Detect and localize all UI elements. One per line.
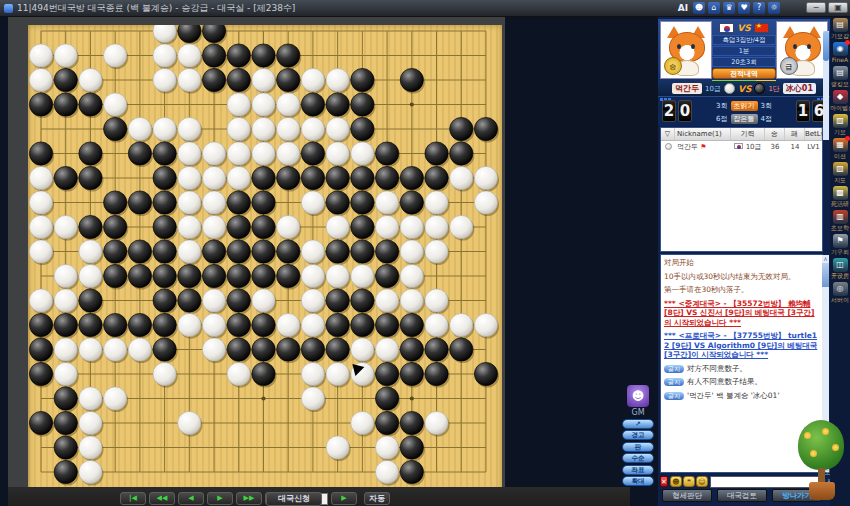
black-stone xyxy=(79,313,102,336)
user-list[interactable]: ▽Nickname(1)기력승패BetLv 먹간두 ⚑ 10급3614LV1 xyxy=(660,127,823,252)
white-stone xyxy=(29,166,52,189)
black-stone xyxy=(128,240,151,263)
captures-left: 6점 xyxy=(716,114,727,124)
row-wins: 36 xyxy=(765,141,785,153)
white-stone xyxy=(326,68,349,91)
list-header-5[interactable]: BetLv xyxy=(805,128,822,140)
white-stone xyxy=(79,387,102,410)
chat-message: 对局开始 xyxy=(664,258,820,268)
player-right-name[interactable]: 冰心01 xyxy=(783,83,816,94)
sidebar-item-1[interactable]: ◉FineA xyxy=(830,42,850,65)
playback-fwd[interactable]: ▶ xyxy=(207,492,233,505)
black-stone xyxy=(153,264,176,287)
chat-message: 10手以内或30秒以内结束为无效对局。 xyxy=(664,272,820,282)
playback-first[interactable]: |◀ xyxy=(120,492,146,505)
user-list-body: 먹간두 ⚑ 10급3614LV1 xyxy=(661,141,822,153)
white-stone xyxy=(202,313,225,336)
black-stone xyxy=(153,313,176,336)
black-stone xyxy=(400,436,423,459)
black-stone xyxy=(425,362,448,385)
black-stone xyxy=(54,93,77,116)
black-stone xyxy=(79,142,102,165)
white-stone xyxy=(54,289,77,312)
white-stone xyxy=(301,362,324,385)
black-stone xyxy=(375,387,398,410)
money-tree-decoration xyxy=(792,420,850,506)
play-button[interactable]: ▶ xyxy=(331,492,357,505)
go-board[interactable] xyxy=(28,25,502,493)
black-stone xyxy=(277,264,300,287)
chat-message: 공지对方不同意数子。 xyxy=(664,364,820,374)
black-stone xyxy=(153,142,176,165)
black-stone xyxy=(54,166,77,189)
white-stone xyxy=(178,166,201,189)
settings-icon[interactable]: ☼ xyxy=(768,2,780,14)
black-stone xyxy=(252,313,275,336)
死活研-icon: ▩ xyxy=(833,186,848,200)
white-stone xyxy=(104,93,127,116)
white-stone xyxy=(227,362,250,385)
black-stone xyxy=(29,338,52,361)
silver-medal-icon: 급 xyxy=(780,57,798,75)
black-stone xyxy=(202,264,225,287)
gm-avatar[interactable]: ☻ xyxy=(627,385,649,407)
black-stone xyxy=(277,166,300,189)
black-stone xyxy=(425,166,448,189)
black-stone xyxy=(277,68,300,91)
captures-right: 4점 xyxy=(761,114,772,124)
flag-korea-icon xyxy=(734,143,743,149)
white-stone xyxy=(54,362,77,385)
white-stone xyxy=(54,215,77,238)
black-stone xyxy=(54,313,77,336)
white-stone xyxy=(178,191,201,214)
list-header-2[interactable]: 기력 xyxy=(731,128,765,140)
white-stone xyxy=(54,264,77,287)
black-stone xyxy=(351,191,374,214)
white-stone xyxy=(104,44,127,67)
black-stone xyxy=(202,44,225,67)
white-stone xyxy=(326,362,349,385)
player-card: 승 VS 흑덤3집반/4점 1분 20초3회 전적내역 xyxy=(658,19,830,81)
white-stone xyxy=(450,215,473,238)
gm-label: GM xyxy=(618,408,658,417)
player-left-name[interactable]: 먹간두 xyxy=(672,83,702,94)
black-stone xyxy=(252,44,275,67)
FineA-icon: ◉ xyxy=(833,42,848,56)
avatar-right[interactable]: 급 xyxy=(776,21,828,79)
white-stone xyxy=(252,142,275,165)
auto-play-button[interactable]: 자동 xyxy=(364,492,390,505)
white-stone xyxy=(202,289,225,312)
playback-back10[interactable]: ◀◀ xyxy=(149,492,175,505)
board-pill-4[interactable]: 좌표 xyxy=(622,465,654,475)
home-icon[interactable]: ⌂ xyxy=(708,2,720,14)
black-stone xyxy=(54,387,77,410)
white-stone xyxy=(79,460,102,483)
white-stone xyxy=(79,411,102,434)
minimize-button[interactable]: − xyxy=(806,2,826,13)
white-stone xyxy=(277,215,300,238)
sidebar-item-label: 미션 xyxy=(830,152,850,161)
window-title: 11|494번대국방 대국종료 (백 불계승) - 승강급 - 대국실 - [제… xyxy=(17,2,295,15)
match-info: VS 흑덤3집반/4점 1분 20초3회 전적내역 xyxy=(712,21,776,79)
sidebar-item-label: 기우회 xyxy=(830,248,850,257)
black-stone xyxy=(400,338,423,361)
white-stone xyxy=(326,142,349,165)
black-stone xyxy=(400,191,423,214)
notification-dot xyxy=(845,40,850,45)
black-stone xyxy=(104,117,127,140)
person-icon[interactable]: ☻ xyxy=(693,2,705,14)
white-stone xyxy=(29,289,52,312)
기보-icon: ▨ xyxy=(833,114,848,128)
black-stone xyxy=(104,191,127,214)
white-stone xyxy=(153,117,176,140)
list-header-1[interactable]: Nickname(1) xyxy=(675,128,731,140)
emoticon-button-1[interactable]: ❝ xyxy=(683,476,695,487)
playback-back[interactable]: ◀ xyxy=(178,492,204,505)
black-stone xyxy=(202,240,225,263)
emoticon-button-2[interactable]: ☺ xyxy=(696,476,708,487)
score-bar: 2 0 3회 초읽기 3회 6점 잡은돌 4점 1 6 xyxy=(658,96,830,126)
emoticon-button-0[interactable]: ☻ xyxy=(670,476,682,487)
기보감-icon: ▤ xyxy=(833,18,848,32)
row-losses: 14 xyxy=(785,141,805,153)
black-stone xyxy=(326,313,349,336)
black-stone xyxy=(178,289,201,312)
sidebar-item-11[interactable]: ◎서버이 xyxy=(830,282,850,305)
white-stone xyxy=(351,411,374,434)
black-stone xyxy=(351,240,374,263)
white-stone xyxy=(128,117,151,140)
black-stone xyxy=(153,289,176,312)
playback-toolbar: |◀◀◀◀▶▶▶▶|▶자동 대국신청 xyxy=(8,487,630,506)
black-stone xyxy=(79,215,102,238)
black-stone xyxy=(277,240,300,263)
white-stone xyxy=(128,338,151,361)
black-stone xyxy=(252,240,275,263)
black-stone xyxy=(227,191,250,214)
black-stone xyxy=(351,68,374,91)
black-stone xyxy=(227,313,250,336)
byoyomi-left: 3회 xyxy=(716,101,727,111)
white-stone xyxy=(326,264,349,287)
black-stone xyxy=(326,289,349,312)
black-stone xyxy=(128,191,151,214)
아이템상-icon: ◆ xyxy=(833,90,848,104)
black-stone xyxy=(301,142,324,165)
black-stone xyxy=(425,338,448,361)
white-stone xyxy=(252,68,275,91)
sidebar-item-4[interactable]: ▨기보 xyxy=(830,114,850,137)
white-stone xyxy=(277,313,300,336)
players-name-bar: 먹간두 10급 VS 1단 冰心01 xyxy=(658,81,830,96)
black-stone xyxy=(301,166,324,189)
playback-controls: |◀◀◀◀▶▶▶▶|▶자동 xyxy=(120,492,390,505)
white-stone xyxy=(153,68,176,91)
white-stone xyxy=(400,264,423,287)
black-stone xyxy=(277,44,300,67)
white-stone xyxy=(351,264,374,287)
row-rank: 10급 xyxy=(731,141,765,153)
black-stone xyxy=(400,166,423,189)
notice-badge: 공지 xyxy=(664,378,684,386)
captures-label: 잡은돌 xyxy=(731,114,758,124)
black-stone xyxy=(29,362,52,385)
black-stone xyxy=(277,338,300,361)
gm-column: ☻ GM ↗경고판수순좌표확대 xyxy=(618,385,658,506)
chat-message: 공지有人不同意数子结果。 xyxy=(664,377,820,387)
black-stone xyxy=(29,142,52,165)
black-stone xyxy=(79,93,102,116)
white-stone xyxy=(450,166,473,189)
white-stone xyxy=(351,338,374,361)
기우회-icon: ⚑ xyxy=(833,234,848,248)
black-stone xyxy=(252,191,275,214)
board-pill-3[interactable]: 수순 xyxy=(622,453,654,463)
gold-medal-icon: 승 xyxy=(664,57,682,75)
white-stone xyxy=(326,436,349,459)
black-stone xyxy=(29,411,52,434)
board-pill-2[interactable]: 판 xyxy=(622,442,654,452)
white-stone xyxy=(79,338,102,361)
black-stone xyxy=(128,264,151,287)
black-stone xyxy=(326,338,349,361)
black-stone xyxy=(227,289,250,312)
playback-fwd10[interactable]: ▶▶ xyxy=(236,492,262,505)
white-stone xyxy=(29,191,52,214)
history-button[interactable]: 전적내역 xyxy=(712,68,776,79)
gift-icon[interactable]: ♥ xyxy=(738,2,750,14)
board-pill-5[interactable]: 확대 xyxy=(622,476,654,486)
white-stone xyxy=(375,460,398,483)
sidebar-item-9[interactable]: ⚑기우회 xyxy=(830,234,850,257)
board-pill-1[interactable]: 경고 xyxy=(622,430,654,440)
black-stone xyxy=(153,166,176,189)
white-stone xyxy=(400,215,423,238)
row-stone-cell xyxy=(661,141,675,153)
chat-message: *** <프로대국> - 【37755번방】 turtle12 [9단] VS … xyxy=(664,331,820,360)
sidebar-item-label: 死活研 xyxy=(830,200,850,209)
black-stone xyxy=(450,117,473,140)
black-stone xyxy=(326,240,349,263)
black-stone xyxy=(54,436,77,459)
sidebar-item-label: 랭킹보 xyxy=(830,80,850,89)
black-stone-icon xyxy=(754,83,765,94)
sidebar-item-label: FineA xyxy=(830,56,850,63)
black-stone xyxy=(104,240,127,263)
white-stone xyxy=(425,215,448,238)
white-stone xyxy=(202,215,225,238)
avatar-left[interactable]: 승 xyxy=(660,21,712,79)
white-stone xyxy=(252,117,275,140)
user-list-scrollbar[interactable] xyxy=(823,31,829,140)
white-stone xyxy=(54,338,77,361)
sidebar-item-7[interactable]: ▩死活研 xyxy=(830,186,850,209)
black-stone xyxy=(400,313,423,336)
chat-clear-button[interactable]: ✕ xyxy=(660,476,668,487)
white-stone xyxy=(153,362,176,385)
sidebar-item-5[interactable]: ▦미션 xyxy=(830,138,850,161)
game-request-button[interactable]: 대국신청 xyxy=(266,492,322,506)
black-stone xyxy=(375,362,398,385)
white-stone xyxy=(178,313,201,336)
white-stone xyxy=(301,264,324,287)
white-stone xyxy=(79,240,102,263)
white-stone xyxy=(301,191,324,214)
sidebar-item-0[interactable]: ▤기보감 xyxy=(830,18,850,41)
black-stone xyxy=(153,215,176,238)
notice-badge: 공지 xyxy=(664,392,684,400)
black-stone xyxy=(54,68,77,91)
help-icon[interactable]: ? xyxy=(753,2,765,14)
list-header-4[interactable]: 패 xyxy=(785,128,805,140)
white-stone xyxy=(400,289,423,312)
white-stone xyxy=(474,166,497,189)
sidebar-item-2[interactable]: ▤랭킹보 xyxy=(830,66,850,89)
white-stone xyxy=(400,240,423,263)
white-stone xyxy=(425,240,448,263)
black-stone xyxy=(326,93,349,116)
black-stone xyxy=(474,117,497,140)
开设房-icon: ◫ xyxy=(833,258,848,272)
white-stone xyxy=(104,387,127,410)
black-stone xyxy=(153,338,176,361)
sidebar-item-label: 开设房 xyxy=(830,272,850,281)
black-stone xyxy=(400,68,423,91)
white-stone xyxy=(375,215,398,238)
white-stone xyxy=(178,68,201,91)
table-row[interactable]: 먹간두 ⚑ 10급3614LV1 xyxy=(661,141,822,153)
black-stone xyxy=(450,338,473,361)
white-stone xyxy=(301,240,324,263)
sidebar-item-label: 서버이 xyxy=(830,296,850,305)
white-stone xyxy=(425,411,448,434)
white-stone xyxy=(425,289,448,312)
crown-icon[interactable]: ♛ xyxy=(723,2,735,14)
black-stone xyxy=(400,362,423,385)
black-stone xyxy=(400,460,423,483)
white-stone xyxy=(29,44,52,67)
black-stone xyxy=(202,68,225,91)
white-stone xyxy=(375,191,398,214)
white-stone xyxy=(202,166,225,189)
초보학-icon: ▥ xyxy=(833,210,848,224)
ai-label[interactable]: AI xyxy=(678,3,688,13)
list-header-3[interactable]: 승 xyxy=(765,128,785,140)
white-stone xyxy=(252,289,275,312)
white-stone xyxy=(277,93,300,116)
chat-message: *** <중계대국> - 【35572번방】 賴均輔 [8단] VS 신진서 [… xyxy=(664,299,820,328)
white-stone xyxy=(227,166,250,189)
score-mid: 3회 초읽기 3회 6점 잡은돌 4점 xyxy=(704,99,784,125)
sidebar-item-8[interactable]: ▥초보학 xyxy=(830,210,850,233)
sidebar-item-6[interactable]: ▧지도 xyxy=(830,162,850,185)
white-stone xyxy=(29,215,52,238)
white-stone xyxy=(178,240,201,263)
board-svg[interactable] xyxy=(28,25,502,493)
black-stone xyxy=(375,142,398,165)
sidebar-item-10[interactable]: ◫开设房 xyxy=(830,258,850,281)
white-stone xyxy=(104,338,127,361)
black-stone xyxy=(450,142,473,165)
black-stone xyxy=(227,68,250,91)
서버이-icon: ◎ xyxy=(833,282,848,296)
black-stone xyxy=(227,264,250,287)
black-stone xyxy=(128,313,151,336)
black-stone xyxy=(104,313,127,336)
white-stone xyxy=(54,44,77,67)
white-stone xyxy=(79,436,102,459)
black-stone xyxy=(252,338,275,361)
white-stone xyxy=(301,68,324,91)
랭킹보-icon: ▤ xyxy=(833,66,848,80)
black-stone xyxy=(54,411,77,434)
white-stone xyxy=(227,142,250,165)
black-stone xyxy=(375,166,398,189)
black-stone xyxy=(178,264,201,287)
black-stone xyxy=(153,191,176,214)
top-icon-bar: AI ☻⌂♛♥?☼ xyxy=(678,2,780,14)
white-stone xyxy=(227,117,250,140)
sidebar-item-label: 초보학 xyxy=(830,224,850,233)
white-stone-icon xyxy=(724,83,735,94)
black-stone xyxy=(29,313,52,336)
black-stone xyxy=(326,166,349,189)
black-stone xyxy=(227,44,250,67)
player-left-rank: 10급 xyxy=(705,84,721,94)
komi-info: 흑덤3집반/4점 xyxy=(712,35,776,45)
black-stone xyxy=(425,142,448,165)
black-stone xyxy=(227,240,250,263)
byoyomi-info: 20초3회 xyxy=(712,57,776,67)
white-stone xyxy=(202,191,225,214)
row-name: 먹간두 ⚑ xyxy=(675,141,731,153)
white-stone xyxy=(474,313,497,336)
app-icon xyxy=(4,4,13,13)
white-stone xyxy=(153,44,176,67)
white-stone xyxy=(79,68,102,91)
chat-message: 공지'먹간두' 백 불계승 '冰心01' xyxy=(664,391,820,401)
review-button[interactable]: 대국검토 xyxy=(717,489,767,502)
white-stone xyxy=(202,338,225,361)
board-pill-0[interactable]: ↗ xyxy=(622,419,654,429)
black-stone xyxy=(301,93,324,116)
estimate-button[interactable]: 형세판단 xyxy=(662,489,712,502)
white-stone xyxy=(425,191,448,214)
vs-label: VS xyxy=(738,84,751,94)
chat-message: 第一手请在30秒内落子。 xyxy=(664,285,820,295)
sidebar-item-3[interactable]: ◆아이템상 xyxy=(830,90,850,113)
list-header-0[interactable]: ▽ xyxy=(661,128,675,140)
black-stone xyxy=(252,215,275,238)
board-panel xyxy=(8,17,505,487)
white-stone xyxy=(301,289,324,312)
maximize-button[interactable]: ▣ xyxy=(828,2,848,13)
white-stone xyxy=(375,338,398,361)
window-controls: −▣ xyxy=(806,2,848,13)
black-stone xyxy=(29,93,52,116)
white-stone xyxy=(375,289,398,312)
white-stone xyxy=(178,142,201,165)
black-stone xyxy=(375,264,398,287)
black-stone xyxy=(54,460,77,483)
sidebar-item-label: 지도 xyxy=(830,176,850,185)
지도-icon: ▧ xyxy=(833,162,848,176)
player-right-rank: 1단 xyxy=(768,84,779,94)
app-window: 11|494번대국방 대국종료 (백 불계승) - 승강급 - 대국실 - [제… xyxy=(0,0,850,506)
